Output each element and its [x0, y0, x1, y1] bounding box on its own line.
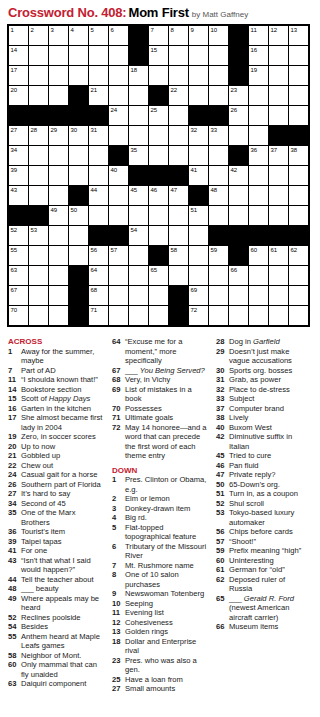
cell-r7c2[interactable]: [29, 146, 48, 165]
clue-text: Scott of Happy Days: [21, 394, 112, 404]
cell-r4c2[interactable]: [29, 86, 48, 105]
cell-r5c9[interactable]: [169, 106, 188, 125]
clue-number: 47: [216, 470, 229, 480]
cell-r10c12[interactable]: [229, 206, 248, 225]
cell-r7c3[interactable]: [49, 146, 68, 165]
cell-r2c8[interactable]: 15: [149, 46, 168, 65]
cell-r12c5[interactable]: 56: [89, 246, 108, 265]
cell-r5c12[interactable]: 26: [229, 106, 248, 125]
cell-r10c6[interactable]: [109, 206, 128, 225]
clue-text: Casual gait for a horse: [21, 470, 112, 480]
cell-r3c5[interactable]: [89, 66, 108, 85]
clue-number: 23: [112, 656, 125, 675]
clue-down-52: 52Shul scroll: [216, 499, 316, 509]
cell-r9c6[interactable]: [109, 186, 128, 205]
clue-across-27: 27It’s hard to say: [8, 489, 112, 499]
cell-r12c11[interactable]: 59: [209, 246, 228, 265]
cell-r5c6[interactable]: 24: [109, 106, 128, 125]
cell-r6c12[interactable]: [229, 126, 248, 145]
cell-r9c9[interactable]: 47: [169, 186, 188, 205]
cell-r14c11[interactable]: [209, 286, 228, 305]
cell-r10c14[interactable]: [269, 206, 288, 225]
cell-r4c12[interactable]: 23: [229, 86, 248, 105]
cell-r4c11[interactable]: [209, 86, 228, 105]
cell-r15c15[interactable]: [289, 306, 308, 325]
cell-r3c9[interactable]: [169, 66, 188, 85]
clue-number: 14: [8, 385, 21, 395]
cell-number-62: 62: [291, 247, 298, 254]
cell-r10c7[interactable]: [129, 206, 148, 225]
clue-down-18: 18Dollar and Enterprise rival: [112, 637, 216, 656]
cell-r8c15[interactable]: [289, 166, 308, 185]
cell-r6c11[interactable]: 33: [209, 126, 228, 145]
crossword-page: { "game": "crossword", "meta": { "series…: [0, 0, 320, 717]
cell-r3c13[interactable]: 19: [249, 66, 268, 85]
clue-text: Big rd.: [125, 513, 216, 523]
cell-r9c8[interactable]: 46: [149, 186, 168, 205]
cell-r8c1[interactable]: 39: [9, 166, 28, 185]
cell-r2c14[interactable]: [269, 46, 288, 65]
clue-down-65: 65___ Gerald R. Ford (newest American ai…: [216, 594, 316, 623]
cell-r2c15[interactable]: [289, 46, 308, 65]
clue-text: She almost became first lady in 2004: [21, 413, 112, 432]
cell-r10c5[interactable]: [89, 206, 108, 225]
cell-number-34: 34: [11, 147, 18, 154]
cell-r6c7[interactable]: [129, 126, 148, 145]
clue-down-4: 4Big rd.: [112, 513, 216, 523]
clue-number: 39: [8, 537, 21, 547]
cell-r8c6[interactable]: 40: [109, 166, 128, 185]
cell-r10c4[interactable]: 50: [69, 206, 88, 225]
cell-r3c2[interactable]: [29, 66, 48, 85]
cell-r5c15[interactable]: [289, 106, 308, 125]
cell-r3c14[interactable]: [269, 66, 288, 85]
clue-text: ___ beauty: [21, 584, 112, 594]
clue-across-71: 71Ultimate goals: [112, 413, 216, 423]
black-cell-r2c12: [229, 46, 248, 65]
cell-r5c14[interactable]: [269, 106, 288, 125]
cell-r7c13[interactable]: 36: [249, 146, 268, 165]
cell-r7c7[interactable]: 35: [129, 146, 148, 165]
cell-r12c10[interactable]: [189, 246, 208, 265]
cell-r1c4[interactable]: 4: [69, 26, 88, 45]
cell-r10c8[interactable]: [149, 206, 168, 225]
clue-text: Tokyo-based luxury automaker: [229, 508, 316, 527]
cell-r3c10[interactable]: [189, 66, 208, 85]
cell-r12c9[interactable]: 58: [169, 246, 188, 265]
clue-text: Computer brand: [229, 404, 316, 414]
cell-r1c13[interactable]: 11: [249, 26, 268, 45]
clue-text: Pres. who was also a gen.: [125, 656, 216, 675]
clue-text: Seeping: [125, 599, 216, 609]
clue-number: 4: [112, 513, 125, 523]
cell-r1c6[interactable]: 6: [109, 26, 128, 45]
cell-number-58: 58: [171, 247, 178, 254]
cell-r2c11[interactable]: [209, 46, 228, 65]
cell-r1c10[interactable]: 9: [189, 26, 208, 45]
puzzle-byline: by Matt Gaffney: [192, 10, 248, 19]
cell-r11c9[interactable]: [169, 226, 188, 245]
clue-text: ___ You Being Served?: [125, 366, 216, 376]
cell-number-37: 37: [271, 147, 278, 154]
cell-r15c5[interactable]: 71: [89, 306, 108, 325]
cell-r10c15[interactable]: [289, 206, 308, 225]
cell-r9c2[interactable]: [29, 186, 48, 205]
clue-number: 67: [112, 366, 125, 376]
clue-text: One of the Marx Brothers: [21, 508, 112, 527]
cell-r14c15[interactable]: [289, 286, 308, 305]
cell-r2c6[interactable]: [109, 46, 128, 65]
clue-number: 52: [8, 613, 21, 623]
cell-r13c13[interactable]: [249, 266, 268, 285]
clue-text: Bookstore section: [21, 385, 112, 395]
cell-r6c3[interactable]: 29: [49, 126, 68, 145]
clue-number: 11: [8, 375, 21, 385]
cell-number-50: 50: [71, 207, 78, 214]
cell-r11c3[interactable]: [49, 226, 68, 245]
cell-r10c9[interactable]: [169, 206, 188, 225]
cell-r8c14[interactable]: [269, 166, 288, 185]
clue-text: “I shoulda known that!”: [21, 375, 112, 385]
cell-r4c5[interactable]: 21: [89, 86, 108, 105]
clue-number: 49: [8, 594, 21, 613]
cell-r1c2[interactable]: 2: [29, 26, 48, 45]
cell-r9c7[interactable]: 45: [129, 186, 148, 205]
cell-r9c3[interactable]: [49, 186, 68, 205]
black-cell-r11c11: [209, 226, 228, 245]
cell-r6c9[interactable]: [169, 126, 188, 145]
clue-across-11: 11“I shoulda known that!”: [8, 375, 112, 385]
cell-number-56: 56: [91, 247, 98, 254]
cell-r6c13[interactable]: [249, 126, 268, 145]
clue-text: For one: [21, 546, 112, 556]
clue-number: 7: [112, 561, 125, 571]
black-cell-r12c8: [149, 246, 168, 265]
clue-across-43: 43“Isn’t that what I said would happen?”: [8, 556, 112, 575]
cell-number-40: 40: [111, 167, 118, 174]
cell-r14c7[interactable]: [129, 286, 148, 305]
cell-r5c7[interactable]: [129, 106, 148, 125]
cell-r9c15[interactable]: [289, 186, 308, 205]
cell-r13c1[interactable]: 63: [9, 266, 28, 285]
cell-r3c1[interactable]: 17: [9, 66, 28, 85]
clue-text: Flat-topped topographical feature: [125, 523, 216, 542]
cell-number-13: 13: [291, 27, 298, 34]
cell-r7c9[interactable]: [169, 146, 188, 165]
cell-r3c4[interactable]: [69, 66, 88, 85]
black-cell-r7c6: [109, 146, 128, 165]
cell-r15c11[interactable]: [209, 306, 228, 325]
cell-r9c5[interactable]: 44: [89, 186, 108, 205]
black-cell-r8c8: [149, 166, 168, 185]
cell-r4c14[interactable]: [269, 86, 288, 105]
cell-number-20: 20: [11, 87, 18, 94]
clue-number: 8: [112, 570, 125, 589]
cell-r11c8[interactable]: [149, 226, 168, 245]
clue-text: Where appeals may be heard: [21, 594, 112, 613]
cell-number-45: 45: [131, 187, 138, 194]
cell-r1c9[interactable]: 8: [169, 26, 188, 45]
cell-r7c10[interactable]: [189, 146, 208, 165]
clue-number: 17: [8, 413, 21, 432]
cell-r12c15[interactable]: 62: [289, 246, 308, 265]
cell-r7c14[interactable]: 37: [269, 146, 288, 165]
cell-r6c10[interactable]: 32: [189, 126, 208, 145]
cell-r3c8[interactable]: [149, 66, 168, 85]
black-cell-r5c2: [29, 106, 48, 125]
cell-r13c15[interactable]: [289, 266, 308, 285]
black-cell-r4c4: [69, 86, 88, 105]
cell-r15c7[interactable]: [129, 306, 148, 325]
cell-number-49: 49: [51, 207, 58, 214]
cell-r9c11[interactable]: 48: [209, 186, 228, 205]
cell-r8c10[interactable]: 41: [189, 166, 208, 185]
cell-r6c2[interactable]: 28: [29, 126, 48, 145]
cell-r7c11[interactable]: [209, 146, 228, 165]
cell-r8c11[interactable]: [209, 166, 228, 185]
clue-across-52: 52Reclines poolside: [8, 613, 112, 623]
cell-r5c13[interactable]: [249, 106, 268, 125]
cell-r9c1[interactable]: 43: [9, 186, 28, 205]
cell-r6c4[interactable]: 30: [69, 126, 88, 145]
cell-r3c7[interactable]: 18: [129, 66, 148, 85]
cell-r3c15[interactable]: [289, 66, 308, 85]
clue-across-36: 36Tourist’s item: [8, 527, 112, 537]
cell-number-46: 46: [151, 187, 158, 194]
cell-r8c3[interactable]: [49, 166, 68, 185]
clue-number: 55: [8, 632, 21, 651]
cell-r11c10[interactable]: [189, 226, 208, 245]
cell-r14c2[interactable]: [29, 286, 48, 305]
clue-down-61: 61German for “old”: [216, 565, 316, 575]
cell-r8c5[interactable]: [89, 166, 108, 185]
cell-r12c3[interactable]: [49, 246, 68, 265]
cell-r10c13[interactable]: [249, 206, 268, 225]
cell-r13c7[interactable]: [129, 266, 148, 285]
cell-r7c4[interactable]: [69, 146, 88, 165]
cell-r13c14[interactable]: [269, 266, 288, 285]
cell-r1c15[interactable]: 13: [289, 26, 308, 45]
cell-r1c5[interactable]: 5: [89, 26, 108, 45]
cell-r1c3[interactable]: 3: [49, 26, 68, 45]
clue-down-66: 66Museum items: [216, 622, 316, 632]
cell-r5c8[interactable]: 25: [149, 106, 168, 125]
clue-across-20: 20Up to now: [8, 442, 112, 452]
clue-across-44: 44Tell the teacher about: [8, 575, 112, 585]
clue-number: 37: [216, 404, 229, 414]
clue-number: 32: [216, 385, 229, 395]
clue-down-6: 6Tributary of the Missouri River: [112, 542, 216, 561]
clue-across-49: 49Where appeals may be heard: [8, 594, 112, 613]
cell-r15c3[interactable]: [49, 306, 68, 325]
cell-r9c12[interactable]: [229, 186, 248, 205]
cell-r11c7[interactable]: 54: [129, 226, 148, 245]
cell-r8c2[interactable]: [29, 166, 48, 185]
cell-number-69: 69: [191, 287, 198, 294]
cell-r12c13[interactable]: 60: [249, 246, 268, 265]
cell-r14c6[interactable]: [109, 286, 128, 305]
clue-down-12: 12Cohesiveness: [112, 618, 216, 628]
cell-r13c5[interactable]: 64: [89, 266, 108, 285]
cell-r9c14[interactable]: [269, 186, 288, 205]
clue-text: “Isn’t that what I said would happen?”: [21, 556, 112, 575]
cell-r3c11[interactable]: [209, 66, 228, 85]
clue-across-34: 34Second of 45: [8, 499, 112, 509]
cell-number-39: 39: [11, 167, 18, 174]
cell-r14c13[interactable]: [249, 286, 268, 305]
cell-number-31: 31: [91, 127, 98, 134]
cell-r13c2[interactable]: [29, 266, 48, 285]
clue-number: 27: [112, 684, 125, 694]
cell-r3c6[interactable]: [109, 66, 128, 85]
cell-r2c4[interactable]: [69, 46, 88, 65]
cell-r15c12[interactable]: [229, 306, 248, 325]
cell-r11c2[interactable]: 53: [29, 226, 48, 245]
cell-r4c1[interactable]: 20: [9, 86, 28, 105]
cell-r14c5[interactable]: 68: [89, 286, 108, 305]
cell-r9c13[interactable]: [249, 186, 268, 205]
cell-r14c1[interactable]: 67: [9, 286, 28, 305]
cell-r11c1[interactable]: 52: [9, 226, 28, 245]
cell-r15c2[interactable]: [29, 306, 48, 325]
clue-number: 11: [112, 608, 125, 618]
cell-r2c3[interactable]: [49, 46, 68, 65]
clue-number: 36: [8, 527, 21, 537]
cell-number-35: 35: [131, 147, 138, 154]
cell-r12c14[interactable]: 61: [269, 246, 288, 265]
cell-r7c15[interactable]: 38: [289, 146, 308, 165]
clue-text: German for “old”: [229, 565, 316, 575]
cell-r2c9[interactable]: [169, 46, 188, 65]
cell-r2c13[interactable]: 16: [249, 46, 268, 65]
cell-r6c8[interactable]: [149, 126, 168, 145]
cell-r13c12[interactable]: 66: [229, 266, 248, 285]
cell-r6c6[interactable]: [109, 126, 128, 145]
cell-number-47: 47: [171, 187, 178, 194]
cell-r1c8[interactable]: 7: [149, 26, 168, 45]
cell-r4c7[interactable]: [129, 86, 148, 105]
cell-r7c1[interactable]: 34: [9, 146, 28, 165]
clue-across-60: 60Only mammal that can fly unaided: [8, 660, 112, 679]
cell-r4c15[interactable]: [289, 86, 308, 105]
clue-text: Newswoman Totenberg: [125, 589, 216, 599]
clue-number: 52: [216, 499, 229, 509]
black-cell-r9c4: [69, 186, 88, 205]
black-cell-r5c4: [69, 106, 88, 125]
cell-number-1: 1: [11, 27, 14, 34]
clue-number: 63: [8, 679, 21, 689]
clue-text: 65-Down’s org.: [229, 480, 316, 490]
cell-r12c2[interactable]: [29, 246, 48, 265]
cell-r14c12[interactable]: [229, 286, 248, 305]
cell-r3c3[interactable]: [49, 66, 68, 85]
cell-r8c12[interactable]: 42: [229, 166, 248, 185]
cell-r7c8[interactable]: [149, 146, 168, 165]
cell-r15c6[interactable]: [109, 306, 128, 325]
cell-r14c10[interactable]: 69: [189, 286, 208, 305]
cell-r13c8[interactable]: 65: [149, 266, 168, 285]
cell-r6c1[interactable]: 27: [9, 126, 28, 145]
cell-r12c4[interactable]: [69, 246, 88, 265]
cell-number-11: 11: [251, 27, 257, 34]
cell-r4c3[interactable]: [49, 86, 68, 105]
clue-across-22: 22Chew out: [8, 461, 112, 471]
clue-across-26: 26Southern part of Florida: [8, 480, 112, 490]
black-cell-r11c12: [229, 226, 248, 245]
cell-r4c9[interactable]: 22: [169, 86, 188, 105]
cell-r14c14[interactable]: [269, 286, 288, 305]
cell-r15c10[interactable]: 72: [189, 306, 208, 325]
cell-number-67: 67: [11, 287, 18, 294]
cell-r4c6[interactable]: [109, 86, 128, 105]
cell-r2c2[interactable]: [29, 46, 48, 65]
clue-number: 1: [8, 347, 21, 366]
clue-number: 3: [112, 504, 125, 514]
clue-down-32: 32Place to de-stress: [216, 385, 316, 395]
cell-r7c5[interactable]: [89, 146, 108, 165]
cell-number-33: 33: [211, 127, 218, 134]
cell-r2c1[interactable]: 14: [9, 46, 28, 65]
cell-r4c10[interactable]: [189, 86, 208, 105]
cell-r15c14[interactable]: [269, 306, 288, 325]
cell-r14c8[interactable]: [149, 286, 168, 305]
cell-r14c3[interactable]: [49, 286, 68, 305]
cell-r15c8[interactable]: [149, 306, 168, 325]
clue-text: Away for the summer, maybe: [21, 347, 112, 366]
crossword-grid: 1234567891011121314151617181920212223242…: [7, 24, 310, 327]
clue-across-39: 39Taipei tapas: [8, 537, 112, 547]
cell-r2c5[interactable]: [89, 46, 108, 65]
clue-text: List of mistakes in a book: [125, 385, 216, 404]
clue-across-21: 21Gobbled up: [8, 451, 112, 461]
cell-r1c14[interactable]: 12: [269, 26, 288, 45]
clue-down-25: 25Have a loan from: [112, 675, 216, 685]
cell-r13c6[interactable]: [109, 266, 128, 285]
cell-r13c9[interactable]: [169, 266, 188, 285]
cell-r6c5[interactable]: 31: [89, 126, 108, 145]
cell-r10c10[interactable]: 51: [189, 206, 208, 225]
clue-down-60: 60Uninteresting: [216, 556, 316, 566]
clue-text: Daiquiri component: [21, 679, 112, 689]
cell-r1c1[interactable]: 1: [9, 26, 28, 45]
cell-r12c6[interactable]: 57: [109, 246, 128, 265]
cell-number-9: 9: [191, 27, 194, 34]
cell-r13c10[interactable]: [189, 266, 208, 285]
cell-r13c11[interactable]: [209, 266, 228, 285]
cell-r12c1[interactable]: 55: [9, 246, 28, 265]
cell-r4c13[interactable]: [249, 86, 268, 105]
cell-r10c3[interactable]: 49: [49, 206, 68, 225]
cell-r11c4[interactable]: [69, 226, 88, 245]
cell-r12c7[interactable]: [129, 246, 148, 265]
clue-number: 59: [216, 546, 229, 556]
clue-text: Reclines poolside: [21, 613, 112, 623]
cell-r1c11[interactable]: 10: [209, 26, 228, 45]
cell-r8c4[interactable]: [69, 166, 88, 185]
cell-r15c1[interactable]: 70: [9, 306, 28, 325]
black-cell-r5c5: [89, 106, 108, 125]
cell-r10c11[interactable]: [209, 206, 228, 225]
clue-across-7: 7Part of AD: [8, 366, 112, 376]
cell-r8c13[interactable]: [249, 166, 268, 185]
black-cell-r10c2: [29, 206, 48, 225]
cell-r13c3[interactable]: [49, 266, 68, 285]
clue-number: 51: [216, 489, 229, 499]
clue-text: Shul scroll: [229, 499, 316, 509]
cell-r2c10[interactable]: [189, 46, 208, 65]
cell-r15c13[interactable]: [249, 306, 268, 325]
clue-across-35: 35One of the Marx Brothers: [8, 508, 112, 527]
